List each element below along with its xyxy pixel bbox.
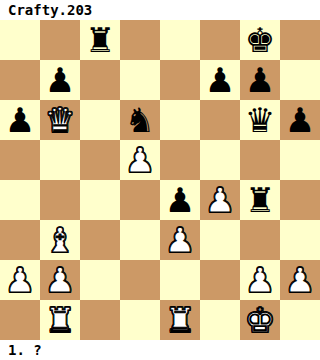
square-h7[interactable]	[280, 60, 320, 100]
square-d8[interactable]	[120, 20, 160, 60]
piece-white-king: ♚	[240, 300, 280, 340]
square-b8[interactable]	[40, 20, 80, 60]
square-e5[interactable]	[160, 140, 200, 180]
piece-black-queen: ♛	[240, 100, 280, 140]
square-h4[interactable]	[280, 180, 320, 220]
piece-white-pawn: ♟	[280, 260, 320, 300]
square-a3[interactable]	[0, 220, 40, 260]
square-d5[interactable]: ♟	[120, 140, 160, 180]
square-g8[interactable]: ♚	[240, 20, 280, 60]
square-e3[interactable]: ♟	[160, 220, 200, 260]
square-d2[interactable]	[120, 260, 160, 300]
square-b2[interactable]: ♟	[40, 260, 80, 300]
piece-black-pawn: ♟	[200, 60, 240, 100]
piece-white-queen: ♛	[40, 100, 80, 140]
piece-white-pawn: ♟	[0, 260, 40, 300]
piece-black-pawn: ♟	[160, 180, 200, 220]
piece-white-pawn: ♟	[160, 220, 200, 260]
square-b4[interactable]	[40, 180, 80, 220]
piece-black-king: ♚	[240, 20, 280, 60]
window-title: Crafty.203	[0, 0, 320, 20]
square-d3[interactable]	[120, 220, 160, 260]
square-f7[interactable]: ♟	[200, 60, 240, 100]
square-e2[interactable]	[160, 260, 200, 300]
square-e6[interactable]	[160, 100, 200, 140]
piece-black-pawn: ♟	[40, 60, 80, 100]
square-c1[interactable]	[80, 300, 120, 340]
square-f6[interactable]	[200, 100, 240, 140]
square-h3[interactable]	[280, 220, 320, 260]
square-f5[interactable]	[200, 140, 240, 180]
square-b7[interactable]: ♟	[40, 60, 80, 100]
piece-black-rook: ♜	[80, 20, 120, 60]
piece-black-pawn: ♟	[0, 100, 40, 140]
piece-white-bishop: ♝	[40, 220, 80, 260]
square-d1[interactable]	[120, 300, 160, 340]
piece-white-pawn: ♟	[120, 140, 160, 180]
piece-black-knight: ♞	[120, 100, 160, 140]
square-f4[interactable]: ♟	[200, 180, 240, 220]
square-e8[interactable]	[160, 20, 200, 60]
piece-white-pawn: ♟	[40, 260, 80, 300]
square-c3[interactable]	[80, 220, 120, 260]
square-b1[interactable]: ♜	[40, 300, 80, 340]
square-d6[interactable]: ♞	[120, 100, 160, 140]
square-h2[interactable]: ♟	[280, 260, 320, 300]
square-a5[interactable]	[0, 140, 40, 180]
square-b6[interactable]: ♛	[40, 100, 80, 140]
square-f3[interactable]	[200, 220, 240, 260]
square-c8[interactable]: ♜	[80, 20, 120, 60]
square-e4[interactable]: ♟	[160, 180, 200, 220]
square-c7[interactable]	[80, 60, 120, 100]
square-e1[interactable]: ♜	[160, 300, 200, 340]
piece-black-pawn: ♟	[240, 60, 280, 100]
square-g4[interactable]: ♜	[240, 180, 280, 220]
square-b5[interactable]	[40, 140, 80, 180]
square-a1[interactable]	[0, 300, 40, 340]
square-a4[interactable]	[0, 180, 40, 220]
square-a2[interactable]: ♟	[0, 260, 40, 300]
square-e7[interactable]	[160, 60, 200, 100]
square-c5[interactable]	[80, 140, 120, 180]
square-h1[interactable]	[280, 300, 320, 340]
piece-white-pawn: ♟	[240, 260, 280, 300]
square-g6[interactable]: ♛	[240, 100, 280, 140]
square-h6[interactable]: ♟	[280, 100, 320, 140]
square-a8[interactable]	[0, 20, 40, 60]
square-a7[interactable]	[0, 60, 40, 100]
square-g3[interactable]	[240, 220, 280, 260]
square-a6[interactable]: ♟	[0, 100, 40, 140]
square-f2[interactable]	[200, 260, 240, 300]
square-c6[interactable]	[80, 100, 120, 140]
square-c2[interactable]	[80, 260, 120, 300]
square-f1[interactable]	[200, 300, 240, 340]
crafty-window: Crafty.203 ♜♚♟♟♟♟♛♞♛♟♟♟♟♜♝♟♟♟♟♟♜♜♚ 1. ?	[0, 0, 320, 360]
square-g2[interactable]: ♟	[240, 260, 280, 300]
square-d7[interactable]	[120, 60, 160, 100]
piece-white-rook: ♜	[160, 300, 200, 340]
square-b3[interactable]: ♝	[40, 220, 80, 260]
square-c4[interactable]	[80, 180, 120, 220]
square-g5[interactable]	[240, 140, 280, 180]
piece-black-pawn: ♟	[280, 100, 320, 140]
piece-white-pawn: ♟	[200, 180, 240, 220]
move-prompt: 1. ?	[0, 340, 320, 360]
square-f8[interactable]	[200, 20, 240, 60]
piece-white-rook: ♜	[40, 300, 80, 340]
square-g1[interactable]: ♚	[240, 300, 280, 340]
piece-black-rook: ♜	[240, 180, 280, 220]
square-h5[interactable]	[280, 140, 320, 180]
chess-board: ♜♚♟♟♟♟♛♞♛♟♟♟♟♜♝♟♟♟♟♟♜♜♚	[0, 20, 320, 340]
square-d4[interactable]	[120, 180, 160, 220]
square-g7[interactable]: ♟	[240, 60, 280, 100]
square-h8[interactable]	[280, 20, 320, 60]
